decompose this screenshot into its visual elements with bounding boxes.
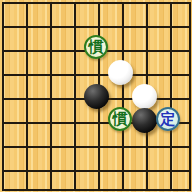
grid-line-horizontal-7 [2, 146, 191, 148]
marker-label: 慣 [89, 39, 104, 54]
grid-line-horizontal-1 [2, 2, 191, 4]
grid-line-vertical-9 [189, 2, 191, 191]
grid-line-vertical-2 [26, 2, 28, 191]
grid-line-horizontal-4 [2, 74, 191, 76]
option-marker-green[interactable]: 慣 [84, 35, 108, 59]
grid-line-horizontal-9 [2, 189, 191, 191]
grid-line-vertical-8 [170, 2, 172, 191]
black-stone[interactable] [132, 108, 157, 133]
grid-line-vertical-4 [74, 2, 76, 191]
grid-line-horizontal-2 [2, 26, 191, 28]
go-board[interactable]: 慣慣定 [0, 0, 192, 192]
grid-line-vertical-1 [2, 2, 4, 191]
white-stone[interactable] [108, 60, 133, 85]
marker-label: 定 [161, 111, 176, 126]
grid-line-horizontal-8 [2, 170, 191, 172]
white-stone[interactable] [132, 84, 157, 109]
black-stone[interactable] [84, 84, 109, 109]
option-marker-green[interactable]: 慣 [108, 107, 132, 131]
grid-line-vertical-3 [50, 2, 52, 191]
marker-label: 慣 [113, 111, 128, 126]
grid-line-vertical-6 [122, 2, 124, 191]
option-marker-blue[interactable]: 定 [156, 107, 180, 131]
